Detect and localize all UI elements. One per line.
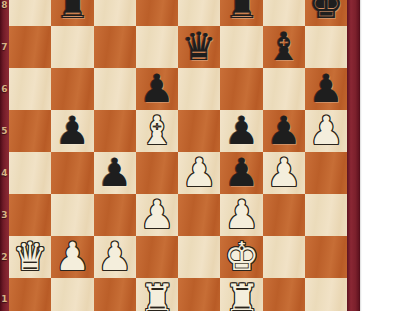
rank-label-3: 3 bbox=[0, 194, 9, 236]
square-h3[interactable] bbox=[305, 194, 347, 236]
square-h6[interactable]: ♟ bbox=[305, 68, 347, 110]
square-b6[interactable] bbox=[51, 68, 93, 110]
square-g8[interactable] bbox=[263, 0, 305, 26]
piece-white-pawn[interactable]: ♟ bbox=[224, 194, 259, 236]
square-h4[interactable] bbox=[305, 152, 347, 194]
square-c3[interactable] bbox=[94, 194, 136, 236]
piece-black-pawn[interactable]: ♟ bbox=[224, 110, 259, 152]
square-b3[interactable] bbox=[51, 194, 93, 236]
square-a7[interactable] bbox=[9, 26, 51, 68]
piece-white-pawn[interactable]: ♟ bbox=[97, 236, 132, 278]
square-d4[interactable] bbox=[136, 152, 178, 194]
rank-label-1: 1 bbox=[0, 278, 9, 311]
square-d3[interactable]: ♟ bbox=[136, 194, 178, 236]
square-h7[interactable] bbox=[305, 26, 347, 68]
rank-labels: 87654321 bbox=[0, 0, 9, 311]
screenshot-root: 87654321 ♜♜♚♛♝♟♟♟♝♟♟♟♟♟♟♟♟♟♛♟♟♚♜♜ bbox=[0, 0, 414, 311]
square-b2[interactable]: ♟ bbox=[51, 236, 93, 278]
piece-black-rook[interactable]: ♜ bbox=[224, 0, 259, 26]
square-a4[interactable] bbox=[9, 152, 51, 194]
square-g2[interactable] bbox=[263, 236, 305, 278]
piece-black-pawn[interactable]: ♟ bbox=[97, 152, 132, 194]
square-d8[interactable] bbox=[136, 0, 178, 26]
piece-black-king[interactable]: ♚ bbox=[309, 0, 344, 26]
square-f1[interactable]: ♜ bbox=[220, 278, 262, 311]
piece-white-king[interactable]: ♚ bbox=[224, 236, 259, 278]
board-right-edge bbox=[347, 0, 360, 311]
piece-white-queen[interactable]: ♛ bbox=[13, 236, 48, 278]
square-e1[interactable] bbox=[178, 278, 220, 311]
square-b7[interactable] bbox=[51, 26, 93, 68]
chess-board-frame: 87654321 ♜♜♚♛♝♟♟♟♝♟♟♟♟♟♟♟♟♟♛♟♟♚♜♜ bbox=[0, 0, 360, 311]
square-c7[interactable] bbox=[94, 26, 136, 68]
piece-black-pawn[interactable]: ♟ bbox=[55, 110, 90, 152]
square-g4[interactable]: ♟ bbox=[263, 152, 305, 194]
square-c4[interactable]: ♟ bbox=[94, 152, 136, 194]
square-e3[interactable] bbox=[178, 194, 220, 236]
square-f4[interactable]: ♟ bbox=[220, 152, 262, 194]
square-a1[interactable] bbox=[9, 278, 51, 311]
square-e5[interactable] bbox=[178, 110, 220, 152]
square-d2[interactable] bbox=[136, 236, 178, 278]
rank-label-6: 6 bbox=[0, 68, 9, 110]
square-c5[interactable] bbox=[94, 110, 136, 152]
square-a5[interactable] bbox=[9, 110, 51, 152]
square-a2[interactable]: ♛ bbox=[9, 236, 51, 278]
rank-label-5: 5 bbox=[0, 110, 9, 152]
square-e4[interactable]: ♟ bbox=[178, 152, 220, 194]
chess-board: ♜♜♚♛♝♟♟♟♝♟♟♟♟♟♟♟♟♟♛♟♟♚♜♜ bbox=[9, 0, 347, 311]
piece-white-pawn[interactable]: ♟ bbox=[309, 110, 344, 152]
piece-white-pawn[interactable]: ♟ bbox=[182, 152, 217, 194]
piece-white-pawn[interactable]: ♟ bbox=[266, 152, 301, 194]
square-g1[interactable] bbox=[263, 278, 305, 311]
square-b4[interactable] bbox=[51, 152, 93, 194]
square-e6[interactable] bbox=[178, 68, 220, 110]
rank-label-8: 8 bbox=[0, 0, 9, 26]
rank-label-2: 2 bbox=[0, 236, 9, 278]
square-b1[interactable] bbox=[51, 278, 93, 311]
square-a3[interactable] bbox=[9, 194, 51, 236]
square-f6[interactable] bbox=[220, 68, 262, 110]
square-f2[interactable]: ♚ bbox=[220, 236, 262, 278]
piece-white-rook[interactable]: ♜ bbox=[224, 278, 259, 311]
square-e2[interactable] bbox=[178, 236, 220, 278]
square-g6[interactable] bbox=[263, 68, 305, 110]
square-g5[interactable]: ♟ bbox=[263, 110, 305, 152]
rank-label-4: 4 bbox=[0, 152, 9, 194]
square-e8[interactable] bbox=[178, 0, 220, 26]
square-a6[interactable] bbox=[9, 68, 51, 110]
square-f3[interactable]: ♟ bbox=[220, 194, 262, 236]
square-h5[interactable]: ♟ bbox=[305, 110, 347, 152]
piece-black-pawn[interactable]: ♟ bbox=[224, 152, 259, 194]
piece-white-bishop[interactable]: ♝ bbox=[140, 110, 175, 152]
square-a8[interactable] bbox=[9, 0, 51, 26]
square-b8[interactable]: ♜ bbox=[51, 0, 93, 26]
piece-black-pawn[interactable]: ♟ bbox=[140, 68, 175, 110]
square-g3[interactable] bbox=[263, 194, 305, 236]
square-d1[interactable]: ♜ bbox=[136, 278, 178, 311]
square-c8[interactable] bbox=[94, 0, 136, 26]
square-h2[interactable] bbox=[305, 236, 347, 278]
piece-black-pawn[interactable]: ♟ bbox=[309, 68, 344, 110]
square-h1[interactable] bbox=[305, 278, 347, 311]
piece-black-pawn[interactable]: ♟ bbox=[266, 110, 301, 152]
piece-black-rook[interactable]: ♜ bbox=[55, 0, 90, 26]
square-d6[interactable]: ♟ bbox=[136, 68, 178, 110]
square-h8[interactable]: ♚ bbox=[305, 0, 347, 26]
square-d5[interactable]: ♝ bbox=[136, 110, 178, 152]
piece-black-bishop[interactable]: ♝ bbox=[266, 26, 301, 68]
square-f5[interactable]: ♟ bbox=[220, 110, 262, 152]
piece-black-queen[interactable]: ♛ bbox=[182, 26, 217, 68]
piece-white-pawn[interactable]: ♟ bbox=[140, 194, 175, 236]
square-c1[interactable] bbox=[94, 278, 136, 311]
square-g7[interactable]: ♝ bbox=[263, 26, 305, 68]
square-d7[interactable] bbox=[136, 26, 178, 68]
piece-white-pawn[interactable]: ♟ bbox=[55, 236, 90, 278]
square-c2[interactable]: ♟ bbox=[94, 236, 136, 278]
square-e7[interactable]: ♛ bbox=[178, 26, 220, 68]
square-f7[interactable] bbox=[220, 26, 262, 68]
square-b5[interactable]: ♟ bbox=[51, 110, 93, 152]
piece-white-rook[interactable]: ♜ bbox=[140, 278, 175, 311]
square-c6[interactable] bbox=[94, 68, 136, 110]
square-f8[interactable]: ♜ bbox=[220, 0, 262, 26]
rank-label-7: 7 bbox=[0, 26, 9, 68]
